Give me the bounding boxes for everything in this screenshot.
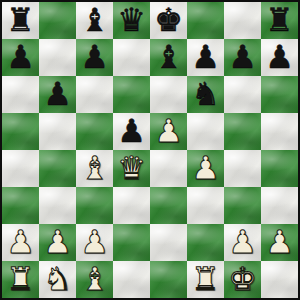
square-c1[interactable]: ♝ xyxy=(76,261,113,298)
piece-black-rook-a8[interactable]: ♜ xyxy=(6,4,35,36)
piece-white-king-g1[interactable]: ♚ xyxy=(228,263,257,295)
square-e7[interactable]: ♝ xyxy=(150,39,187,76)
square-f6[interactable]: ♞ xyxy=(187,76,224,113)
square-e1[interactable] xyxy=(150,261,187,298)
square-e5[interactable]: ♟ xyxy=(150,113,187,150)
square-d3[interactable] xyxy=(113,187,150,224)
square-c8[interactable]: ♝ xyxy=(76,2,113,39)
piece-white-pawn-h2[interactable]: ♟ xyxy=(265,226,294,258)
square-c7[interactable]: ♟ xyxy=(76,39,113,76)
piece-black-queen-d8[interactable]: ♛ xyxy=(117,4,146,36)
piece-black-pawn-d5[interactable]: ♟ xyxy=(117,115,146,147)
square-d2[interactable] xyxy=(113,224,150,261)
square-b3[interactable] xyxy=(39,187,76,224)
square-a8[interactable]: ♜ xyxy=(2,2,39,39)
square-a1[interactable]: ♜ xyxy=(2,261,39,298)
square-d6[interactable] xyxy=(113,76,150,113)
square-c2[interactable]: ♟ xyxy=(76,224,113,261)
square-h2[interactable]: ♟ xyxy=(261,224,298,261)
square-d1[interactable] xyxy=(113,261,150,298)
piece-white-pawn-b2[interactable]: ♟ xyxy=(43,226,72,258)
piece-black-pawn-b6[interactable]: ♟ xyxy=(43,78,72,110)
piece-black-knight-f6[interactable]: ♞ xyxy=(191,78,220,110)
piece-black-bishop-c8[interactable]: ♝ xyxy=(80,4,109,36)
piece-black-king-e8[interactable]: ♚ xyxy=(154,4,183,36)
piece-black-pawn-g7[interactable]: ♟ xyxy=(228,41,257,73)
piece-black-pawn-a7[interactable]: ♟ xyxy=(6,41,35,73)
piece-white-knight-b1[interactable]: ♞ xyxy=(43,263,72,295)
square-a2[interactable]: ♟ xyxy=(2,224,39,261)
square-h5[interactable] xyxy=(261,113,298,150)
square-f4[interactable]: ♟ xyxy=(187,150,224,187)
square-c5[interactable] xyxy=(76,113,113,150)
square-f7[interactable]: ♟ xyxy=(187,39,224,76)
square-g2[interactable]: ♟ xyxy=(224,224,261,261)
square-f2[interactable] xyxy=(187,224,224,261)
square-h4[interactable] xyxy=(261,150,298,187)
square-f8[interactable] xyxy=(187,2,224,39)
square-b6[interactable]: ♟ xyxy=(39,76,76,113)
piece-white-rook-f1[interactable]: ♜ xyxy=(191,263,220,295)
square-e4[interactable] xyxy=(150,150,187,187)
square-a5[interactable] xyxy=(2,113,39,150)
square-h8[interactable]: ♜ xyxy=(261,2,298,39)
square-g4[interactable] xyxy=(224,150,261,187)
piece-white-pawn-e5[interactable]: ♟ xyxy=(154,115,183,147)
square-c4[interactable]: ♝ xyxy=(76,150,113,187)
square-g1[interactable]: ♚ xyxy=(224,261,261,298)
square-f5[interactable] xyxy=(187,113,224,150)
square-b8[interactable] xyxy=(39,2,76,39)
square-c3[interactable] xyxy=(76,187,113,224)
square-g8[interactable] xyxy=(224,2,261,39)
piece-white-queen-d4[interactable]: ♛ xyxy=(117,152,146,184)
square-h6[interactable] xyxy=(261,76,298,113)
piece-black-rook-h8[interactable]: ♜ xyxy=(265,4,294,36)
square-d7[interactable] xyxy=(113,39,150,76)
square-a3[interactable] xyxy=(2,187,39,224)
square-e2[interactable] xyxy=(150,224,187,261)
square-b4[interactable] xyxy=(39,150,76,187)
piece-white-rook-a1[interactable]: ♜ xyxy=(6,263,35,295)
piece-white-pawn-g2[interactable]: ♟ xyxy=(228,226,257,258)
square-c6[interactable] xyxy=(76,76,113,113)
square-b2[interactable]: ♟ xyxy=(39,224,76,261)
square-a7[interactable]: ♟ xyxy=(2,39,39,76)
square-a4[interactable] xyxy=(2,150,39,187)
square-d8[interactable]: ♛ xyxy=(113,2,150,39)
square-d5[interactable]: ♟ xyxy=(113,113,150,150)
square-f3[interactable] xyxy=(187,187,224,224)
square-a6[interactable] xyxy=(2,76,39,113)
square-e8[interactable]: ♚ xyxy=(150,2,187,39)
chess-board: ♜♝♛♚♜♟♟♝♟♟♟♟♞♟♟♝♛♟♟♟♟♟♟♜♞♝♜♚ xyxy=(0,0,300,300)
square-e6[interactable] xyxy=(150,76,187,113)
square-h1[interactable] xyxy=(261,261,298,298)
piece-white-pawn-f4[interactable]: ♟ xyxy=(191,152,220,184)
square-f1[interactable]: ♜ xyxy=(187,261,224,298)
square-b5[interactable] xyxy=(39,113,76,150)
square-g6[interactable] xyxy=(224,76,261,113)
piece-black-pawn-h7[interactable]: ♟ xyxy=(265,41,294,73)
piece-white-pawn-c2[interactable]: ♟ xyxy=(80,226,109,258)
piece-black-pawn-c7[interactable]: ♟ xyxy=(80,41,109,73)
piece-black-pawn-f7[interactable]: ♟ xyxy=(191,41,220,73)
square-b7[interactable] xyxy=(39,39,76,76)
piece-white-bishop-c1[interactable]: ♝ xyxy=(80,263,109,295)
square-g7[interactable]: ♟ xyxy=(224,39,261,76)
square-e3[interactable] xyxy=(150,187,187,224)
square-h7[interactable]: ♟ xyxy=(261,39,298,76)
square-b1[interactable]: ♞ xyxy=(39,261,76,298)
square-g3[interactable] xyxy=(224,187,261,224)
square-d4[interactable]: ♛ xyxy=(113,150,150,187)
square-g5[interactable] xyxy=(224,113,261,150)
piece-white-pawn-a2[interactable]: ♟ xyxy=(6,226,35,258)
square-h3[interactable] xyxy=(261,187,298,224)
piece-white-bishop-c4[interactable]: ♝ xyxy=(80,152,109,184)
piece-black-bishop-e7[interactable]: ♝ xyxy=(154,41,183,73)
